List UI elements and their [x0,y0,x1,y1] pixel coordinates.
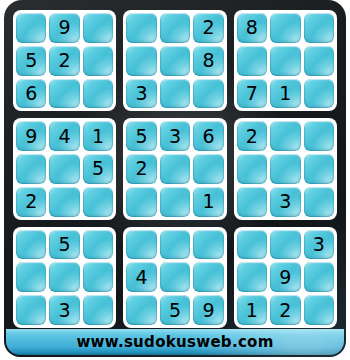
cell-r7c2[interactable]: 5 [49,230,79,260]
cell-r4c3[interactable]: 1 [83,121,113,151]
box-7: 53 [13,227,116,328]
box-8: 459 [123,227,226,328]
cell-r3c5[interactable] [160,79,190,109]
cell-r6c8[interactable]: 3 [270,187,300,217]
cell-r5c9[interactable] [304,154,334,184]
cell-r3c7[interactable]: 7 [237,79,267,109]
box-5: 53621 [123,118,226,219]
cell-r9c8[interactable]: 2 [270,295,300,325]
cell-r9c9[interactable] [304,295,334,325]
cell-r7c3[interactable] [83,230,113,260]
cell-r8c8[interactable]: 9 [270,262,300,292]
board-frame: 9526283871941525362123534593912 www.sudo… [4,0,346,357]
cell-r7c5[interactable] [160,230,190,260]
cell-r4c9[interactable] [304,121,334,151]
cell-r7c7[interactable] [237,230,267,260]
cell-r4c7[interactable]: 2 [237,121,267,151]
cell-r8c2[interactable] [49,262,79,292]
cell-r9c1[interactable] [16,295,46,325]
cell-r7c9[interactable]: 3 [304,230,334,260]
cell-r8c3[interactable] [83,262,113,292]
cell-r4c4[interactable]: 5 [126,121,156,151]
cell-r9c5[interactable]: 5 [160,295,190,325]
cell-r4c5[interactable]: 3 [160,121,190,151]
cell-r4c8[interactable] [270,121,300,151]
cell-r3c2[interactable] [49,79,79,109]
footer-link[interactable]: www.sudokusweb.com [76,333,273,351]
cell-r3c3[interactable] [83,79,113,109]
cell-r9c4[interactable] [126,295,156,325]
box-4: 94152 [13,118,116,219]
cell-r7c6[interactable] [193,230,223,260]
cell-r5c2[interactable] [49,154,79,184]
cell-r9c3[interactable] [83,295,113,325]
cell-r5c8[interactable] [270,154,300,184]
cell-r1c8[interactable] [270,13,300,43]
cell-r1c5[interactable] [160,13,190,43]
cell-r9c7[interactable]: 1 [237,295,267,325]
cell-r6c1[interactable]: 2 [16,187,46,217]
cell-r3c4[interactable]: 3 [126,79,156,109]
cell-r1c1[interactable] [16,13,46,43]
cell-r2c7[interactable] [237,46,267,76]
cell-r4c2[interactable]: 4 [49,121,79,151]
cell-r2c5[interactable] [160,46,190,76]
cell-r1c4[interactable] [126,13,156,43]
box-2: 283 [123,10,226,111]
box-6: 23 [234,118,337,219]
cell-r2c2[interactable]: 2 [49,46,79,76]
box-1: 9526 [13,10,116,111]
cell-r2c3[interactable] [83,46,113,76]
cell-r1c7[interactable]: 8 [237,13,267,43]
cell-r5c6[interactable] [193,154,223,184]
cell-r4c6[interactable]: 6 [193,121,223,151]
cell-r5c7[interactable] [237,154,267,184]
box-9: 3912 [234,227,337,328]
cell-r9c2[interactable]: 3 [49,295,79,325]
cell-r2c1[interactable]: 5 [16,46,46,76]
cell-r9c6[interactable]: 9 [193,295,223,325]
cell-r7c4[interactable] [126,230,156,260]
cell-r8c9[interactable] [304,262,334,292]
cell-r2c4[interactable] [126,46,156,76]
cell-r1c6[interactable]: 2 [193,13,223,43]
cell-r5c1[interactable] [16,154,46,184]
cell-r2c6[interactable]: 8 [193,46,223,76]
cell-r1c2[interactable]: 9 [49,13,79,43]
cell-r1c9[interactable] [304,13,334,43]
cell-r6c5[interactable] [160,187,190,217]
cell-r8c4[interactable]: 4 [126,262,156,292]
cell-r7c8[interactable] [270,230,300,260]
cell-r6c4[interactable] [126,187,156,217]
cell-r6c7[interactable] [237,187,267,217]
sudoku-grid: 9526283871941525362123534593912 [4,0,346,328]
cell-r3c6[interactable] [193,79,223,109]
cell-r3c1[interactable]: 6 [16,79,46,109]
cell-r3c9[interactable] [304,79,334,109]
cell-r2c8[interactable] [270,46,300,76]
cell-r8c6[interactable] [193,262,223,292]
cell-r3c8[interactable]: 1 [270,79,300,109]
cell-r5c4[interactable]: 2 [126,154,156,184]
cell-r6c9[interactable] [304,187,334,217]
cell-r1c3[interactable] [83,13,113,43]
cell-r8c1[interactable] [16,262,46,292]
cell-r5c5[interactable] [160,154,190,184]
box-3: 871 [234,10,337,111]
cell-r5c3[interactable]: 5 [83,154,113,184]
cell-r7c1[interactable] [16,230,46,260]
cell-r8c7[interactable] [237,262,267,292]
footer-bar: www.sudokusweb.com [6,329,344,355]
cell-r6c2[interactable] [49,187,79,217]
cell-r8c5[interactable] [160,262,190,292]
cell-r2c9[interactable] [304,46,334,76]
cell-r4c1[interactable]: 9 [16,121,46,151]
cell-r6c3[interactable] [83,187,113,217]
cell-r6c6[interactable]: 1 [193,187,223,217]
